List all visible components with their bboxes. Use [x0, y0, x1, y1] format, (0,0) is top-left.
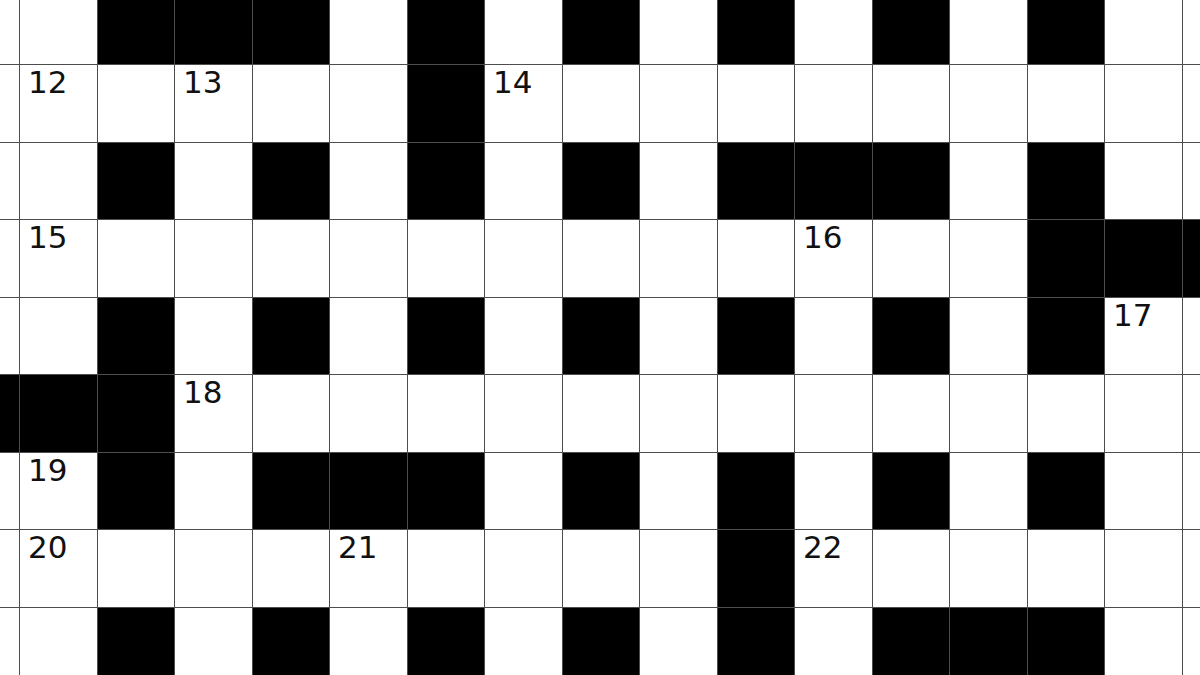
- cell-r3-c2[interactable]: [98, 220, 176, 298]
- cell-r1-c14[interactable]: [1028, 65, 1106, 143]
- cell-r8-c16[interactable]: [1183, 608, 1200, 675]
- cell-r5-c2: [98, 375, 176, 453]
- cell-r7-c15[interactable]: [1105, 530, 1183, 608]
- cell-r5-c5[interactable]: [330, 375, 408, 453]
- cell-r3-c1[interactable]: 15: [20, 220, 98, 298]
- cell-r6-c4: [253, 453, 331, 531]
- cell-r5-c6[interactable]: [408, 375, 486, 453]
- cell-r4-c2: [98, 298, 176, 376]
- cell-r3-c10[interactable]: [718, 220, 796, 298]
- cell-r5-c0: [0, 375, 20, 453]
- cell-r4-c14: [1028, 298, 1106, 376]
- cell-r4-c13[interactable]: [950, 298, 1028, 376]
- cell-r0-c11[interactable]: [795, 0, 873, 65]
- cell-r6-c5: [330, 453, 408, 531]
- cell-r8-c6: [408, 608, 486, 675]
- cell-r6-c14: [1028, 453, 1106, 531]
- cell-r8-c11[interactable]: [795, 608, 873, 675]
- cell-r0-c4: [253, 0, 331, 65]
- cell-r2-c16[interactable]: [1183, 143, 1200, 221]
- cell-r6-c16[interactable]: [1183, 453, 1200, 531]
- cell-r0-c14: [1028, 0, 1106, 65]
- cell-r4-c8: [563, 298, 641, 376]
- clue-number: 13: [183, 67, 222, 98]
- cell-r5-c9[interactable]: [640, 375, 718, 453]
- cell-r6-c3[interactable]: [175, 453, 253, 531]
- cell-r7-c0[interactable]: [0, 530, 20, 608]
- cell-r4-c1[interactable]: [20, 298, 98, 376]
- cell-r3-c13[interactable]: [950, 220, 1028, 298]
- cell-r2-c13[interactable]: [950, 143, 1028, 221]
- cell-r0-c5[interactable]: [330, 0, 408, 65]
- cell-r6-c6: [408, 453, 486, 531]
- cell-r1-c9[interactable]: [640, 65, 718, 143]
- cell-r2-c3[interactable]: [175, 143, 253, 221]
- cell-r7-c3[interactable]: [175, 530, 253, 608]
- cell-r2-c5[interactable]: [330, 143, 408, 221]
- cell-r4-c0[interactable]: [0, 298, 20, 376]
- cell-r3-c14: [1028, 220, 1106, 298]
- clue-number: 18: [183, 377, 222, 408]
- cell-r7-c14[interactable]: [1028, 530, 1106, 608]
- cell-r7-c1[interactable]: 20: [20, 530, 98, 608]
- cell-r4-c9[interactable]: [640, 298, 718, 376]
- cell-r5-c7[interactable]: [485, 375, 563, 453]
- cell-r6-c15[interactable]: [1105, 453, 1183, 531]
- cell-r2-c10: [718, 143, 796, 221]
- cell-r1-c5[interactable]: [330, 65, 408, 143]
- cell-r1-c7[interactable]: 14: [485, 65, 563, 143]
- clue-number: 14: [493, 67, 532, 98]
- cell-r8-c9[interactable]: [640, 608, 718, 675]
- cell-r0-c16[interactable]: [1183, 0, 1200, 65]
- cell-r2-c9[interactable]: [640, 143, 718, 221]
- cell-r6-c0[interactable]: [0, 453, 20, 531]
- cell-r8-c2: [98, 608, 176, 675]
- cell-r3-c0[interactable]: [0, 220, 20, 298]
- cell-r3-c12[interactable]: [873, 220, 951, 298]
- cell-r6-c9[interactable]: [640, 453, 718, 531]
- cell-r6-c1[interactable]: 19: [20, 453, 98, 531]
- cell-r3-c7[interactable]: [485, 220, 563, 298]
- cell-r2-c2: [98, 143, 176, 221]
- cell-r2-c14: [1028, 143, 1106, 221]
- clue-number: 12: [28, 67, 67, 98]
- cell-r8-c5[interactable]: [330, 608, 408, 675]
- cell-r1-c1[interactable]: 12: [20, 65, 98, 143]
- cell-r2-c1[interactable]: [20, 143, 98, 221]
- cell-r3-c16: [1183, 220, 1200, 298]
- cell-r1-c12[interactable]: [873, 65, 951, 143]
- cell-r1-c4[interactable]: [253, 65, 331, 143]
- cell-r7-c4[interactable]: [253, 530, 331, 608]
- cell-r4-c4: [253, 298, 331, 376]
- cell-r3-c8[interactable]: [563, 220, 641, 298]
- cell-r7-c6[interactable]: [408, 530, 486, 608]
- clue-number: 17: [1113, 300, 1152, 331]
- cell-r3-c5[interactable]: [330, 220, 408, 298]
- cell-r8-c4: [253, 608, 331, 675]
- cell-r3-c9[interactable]: [640, 220, 718, 298]
- cell-r4-c12: [873, 298, 951, 376]
- cell-r8-c0[interactable]: [0, 608, 20, 675]
- cell-r4-c3[interactable]: [175, 298, 253, 376]
- cell-r0-c2: [98, 0, 176, 65]
- cell-r2-c4: [253, 143, 331, 221]
- cell-r5-c11[interactable]: [795, 375, 873, 453]
- cell-r4-c6: [408, 298, 486, 376]
- cell-r1-c13[interactable]: [950, 65, 1028, 143]
- cell-r7-c16[interactable]: [1183, 530, 1200, 608]
- cell-r0-c7[interactable]: [485, 0, 563, 65]
- cell-r2-c15[interactable]: [1105, 143, 1183, 221]
- cell-r3-c11[interactable]: 16: [795, 220, 873, 298]
- cell-r0-c10: [718, 0, 796, 65]
- cell-r2-c11: [795, 143, 873, 221]
- cell-r8-c1[interactable]: [20, 608, 98, 675]
- cell-r8-c7[interactable]: [485, 608, 563, 675]
- cell-r0-c9[interactable]: [640, 0, 718, 65]
- clue-number: 21: [338, 532, 377, 563]
- cell-r6-c10: [718, 453, 796, 531]
- cell-r6-c8: [563, 453, 641, 531]
- cell-r4-c16[interactable]: [1183, 298, 1200, 376]
- cell-r1-c8[interactable]: [563, 65, 641, 143]
- cell-r7-c5[interactable]: 21: [330, 530, 408, 608]
- crossword-viewport: 1213141516171819202122: [0, 0, 1200, 675]
- crossword-grid: 1213141516171819202122: [0, 0, 1200, 675]
- cell-r1-c15[interactable]: [1105, 65, 1183, 143]
- cell-r2-c0[interactable]: [0, 143, 20, 221]
- cell-r7-c12[interactable]: [873, 530, 951, 608]
- cell-r2-c8: [563, 143, 641, 221]
- cell-r7-c2[interactable]: [98, 530, 176, 608]
- cell-r5-c4[interactable]: [253, 375, 331, 453]
- cell-r7-c10: [718, 530, 796, 608]
- cell-r4-c5[interactable]: [330, 298, 408, 376]
- cell-r0-c3: [175, 0, 253, 65]
- cell-r7-c8[interactable]: [563, 530, 641, 608]
- cell-r5-c1: [20, 375, 98, 453]
- clue-number: 15: [28, 222, 67, 253]
- cell-r8-c12: [873, 608, 951, 675]
- cell-r0-c1[interactable]: [20, 0, 98, 65]
- cell-r0-c8: [563, 0, 641, 65]
- cell-r5-c12[interactable]: [873, 375, 951, 453]
- cell-r3-c6[interactable]: [408, 220, 486, 298]
- cell-r5-c10[interactable]: [718, 375, 796, 453]
- cell-r8-c15[interactable]: [1105, 608, 1183, 675]
- cell-r1-c16[interactable]: [1183, 65, 1200, 143]
- cell-r6-c2: [98, 453, 176, 531]
- cell-r3-c15: [1105, 220, 1183, 298]
- cell-r7-c7[interactable]: [485, 530, 563, 608]
- cell-r6-c13[interactable]: [950, 453, 1028, 531]
- cell-r2-c6: [408, 143, 486, 221]
- cell-r4-c15[interactable]: 17: [1105, 298, 1183, 376]
- cell-r3-c4[interactable]: [253, 220, 331, 298]
- cell-r8-c14: [1028, 608, 1106, 675]
- cell-r8-c3[interactable]: [175, 608, 253, 675]
- clue-number: 20: [28, 532, 67, 563]
- cell-r4-c11[interactable]: [795, 298, 873, 376]
- cell-r4-c7[interactable]: [485, 298, 563, 376]
- cell-r3-c3[interactable]: [175, 220, 253, 298]
- cell-r1-c10[interactable]: [718, 65, 796, 143]
- cell-r1-c3[interactable]: 13: [175, 65, 253, 143]
- clue-number: 19: [28, 455, 67, 486]
- cell-r6-c7[interactable]: [485, 453, 563, 531]
- cell-r5-c16[interactable]: [1183, 375, 1200, 453]
- cell-r5-c14[interactable]: [1028, 375, 1106, 453]
- clue-number: 22: [803, 532, 842, 563]
- cell-r6-c11[interactable]: [795, 453, 873, 531]
- cell-r0-c13[interactable]: [950, 0, 1028, 65]
- cell-r5-c13[interactable]: [950, 375, 1028, 453]
- cell-r6-c12: [873, 453, 951, 531]
- cell-r7-c13[interactable]: [950, 530, 1028, 608]
- clue-number: 16: [803, 222, 842, 253]
- cell-r8-c8: [563, 608, 641, 675]
- cell-r5-c8[interactable]: [563, 375, 641, 453]
- cell-r1-c11[interactable]: [795, 65, 873, 143]
- cell-r1-c6: [408, 65, 486, 143]
- cell-r0-c0[interactable]: [0, 0, 20, 65]
- cell-r4-c10: [718, 298, 796, 376]
- cell-r1-c2[interactable]: [98, 65, 176, 143]
- cell-r7-c11[interactable]: 22: [795, 530, 873, 608]
- cell-r2-c7[interactable]: [485, 143, 563, 221]
- cell-r1-c0[interactable]: [0, 65, 20, 143]
- cell-r2-c12: [873, 143, 951, 221]
- cell-r8-c13: [950, 608, 1028, 675]
- cell-r0-c15[interactable]: [1105, 0, 1183, 65]
- cell-r5-c15[interactable]: [1105, 375, 1183, 453]
- cell-r0-c12: [873, 0, 951, 65]
- cell-r5-c3[interactable]: 18: [175, 375, 253, 453]
- cell-r0-c6: [408, 0, 486, 65]
- cell-r7-c9[interactable]: [640, 530, 718, 608]
- cell-r8-c10: [718, 608, 796, 675]
